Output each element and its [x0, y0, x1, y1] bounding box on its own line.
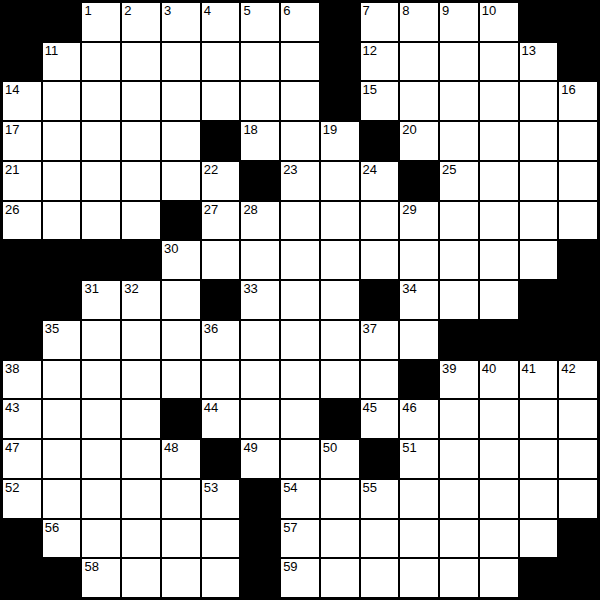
crossword-cell[interactable]: 56	[43, 520, 81, 558]
clue-number: 42	[561, 361, 575, 376]
crossword-cell[interactable]	[440, 82, 478, 120]
crossword-cell[interactable]: 41	[520, 361, 558, 399]
black-cell	[520, 3, 558, 41]
crossword-cell[interactable]	[202, 43, 240, 81]
crossword-cell[interactable]	[440, 122, 478, 160]
crossword-cell[interactable]: 23	[281, 162, 319, 200]
crossword-cell[interactable]: 51	[400, 440, 438, 478]
crossword-cell[interactable]	[281, 281, 319, 319]
crossword-cell[interactable]	[162, 162, 200, 200]
clue-number: 58	[84, 559, 98, 574]
crossword-cell[interactable]: 30	[162, 241, 200, 279]
crossword-cell[interactable]	[400, 321, 438, 359]
crossword-cell[interactable]	[122, 82, 160, 120]
crossword-cell[interactable]	[281, 321, 319, 359]
crossword-cell[interactable]: 21	[3, 162, 41, 200]
clue-number: 20	[402, 122, 416, 137]
crossword-cell[interactable]	[559, 400, 597, 438]
crossword-cell[interactable]	[43, 122, 81, 160]
crossword-cell[interactable]: 25	[440, 162, 478, 200]
crossword-cell[interactable]: 32	[122, 281, 160, 319]
crossword-cell[interactable]: 14	[3, 82, 41, 120]
crossword-cell[interactable]	[43, 202, 81, 240]
crossword-cell[interactable]: 9	[440, 3, 478, 41]
black-cell	[202, 281, 240, 319]
crossword-cell[interactable]	[43, 480, 81, 518]
crossword-cell[interactable]	[162, 480, 200, 518]
crossword-cell[interactable]	[122, 202, 160, 240]
crossword-cell[interactable]	[241, 400, 279, 438]
black-cell	[162, 202, 200, 240]
crossword-cell[interactable]	[440, 43, 478, 81]
black-cell	[559, 281, 597, 319]
crossword-cell[interactable]: 13	[520, 43, 558, 81]
clue-number: 31	[84, 281, 98, 296]
crossword-cell[interactable]	[122, 480, 160, 518]
clue-number: 7	[363, 3, 370, 18]
black-cell	[122, 241, 160, 279]
black-cell	[43, 241, 81, 279]
clue-number: 57	[283, 520, 297, 535]
crossword-cell[interactable]	[440, 520, 478, 558]
black-cell	[321, 43, 359, 81]
crossword-cell[interactable]	[480, 162, 518, 200]
black-cell	[361, 440, 399, 478]
crossword-cell[interactable]: 11	[43, 43, 81, 81]
crossword-cell[interactable]: 46	[400, 400, 438, 438]
crossword-cell[interactable]	[122, 520, 160, 558]
black-cell	[559, 520, 597, 558]
clue-number: 39	[442, 361, 456, 376]
clue-number: 37	[363, 321, 377, 336]
crossword-cell[interactable]	[440, 400, 478, 438]
crossword-cell[interactable]	[440, 440, 478, 478]
crossword-cell[interactable]: 12	[361, 43, 399, 81]
black-cell	[400, 162, 438, 200]
crossword-cell[interactable]: 5	[241, 3, 279, 41]
crossword-board: 1234567891011121314151617181920212223242…	[0, 0, 600, 600]
clue-number: 44	[204, 400, 218, 415]
crossword-cell[interactable]: 37	[361, 321, 399, 359]
crossword-cell[interactable]	[241, 361, 279, 399]
black-cell	[241, 480, 279, 518]
crossword-cell[interactable]	[82, 122, 120, 160]
clue-number: 5	[243, 3, 250, 18]
crossword-cell[interactable]	[162, 559, 200, 597]
crossword-cell[interactable]	[480, 400, 518, 438]
black-cell	[241, 520, 279, 558]
black-cell	[361, 122, 399, 160]
clue-number: 43	[5, 400, 19, 415]
black-cell	[202, 122, 240, 160]
crossword-cell[interactable]	[480, 281, 518, 319]
crossword-cell[interactable]	[520, 122, 558, 160]
crossword-cell[interactable]	[321, 162, 359, 200]
crossword-cell[interactable]	[361, 520, 399, 558]
black-cell	[43, 3, 81, 41]
crossword-cell[interactable]	[82, 361, 120, 399]
crossword-cell[interactable]: 20	[400, 122, 438, 160]
crossword-cell[interactable]: 45	[361, 400, 399, 438]
crossword-cell[interactable]	[520, 202, 558, 240]
crossword-cell[interactable]: 54	[281, 480, 319, 518]
crossword-cell[interactable]: 57	[281, 520, 319, 558]
crossword-cell[interactable]	[480, 43, 518, 81]
crossword-cell[interactable]	[559, 480, 597, 518]
black-cell	[3, 520, 41, 558]
crossword-cell[interactable]	[82, 202, 120, 240]
clue-number: 53	[204, 480, 218, 495]
crossword-cell[interactable]: 40	[480, 361, 518, 399]
crossword-cell[interactable]	[202, 559, 240, 597]
crossword-cell[interactable]	[281, 361, 319, 399]
crossword-cell[interactable]	[321, 520, 359, 558]
clue-number: 35	[45, 321, 59, 336]
clue-number: 18	[243, 122, 257, 137]
black-cell	[480, 321, 518, 359]
crossword-cell[interactable]: 7	[361, 3, 399, 41]
crossword-cell[interactable]	[82, 400, 120, 438]
clue-number: 14	[5, 82, 19, 97]
crossword-cell[interactable]	[241, 321, 279, 359]
clue-number: 47	[5, 440, 19, 455]
crossword-cell[interactable]	[559, 162, 597, 200]
crossword-cell[interactable]	[202, 361, 240, 399]
crossword-cell[interactable]: 18	[241, 122, 279, 160]
crossword-cell[interactable]	[321, 281, 359, 319]
crossword-cell[interactable]: 34	[400, 281, 438, 319]
black-cell	[559, 241, 597, 279]
black-cell	[43, 559, 81, 597]
clue-number: 34	[402, 281, 416, 296]
crossword-cell[interactable]	[400, 241, 438, 279]
crossword-cell[interactable]: 1	[82, 3, 120, 41]
crossword-cell[interactable]: 53	[202, 480, 240, 518]
crossword-cell[interactable]	[162, 281, 200, 319]
black-cell	[559, 321, 597, 359]
clue-number: 46	[402, 400, 416, 415]
crossword-cell[interactable]: 35	[43, 321, 81, 359]
crossword-cell[interactable]: 28	[241, 202, 279, 240]
black-cell	[321, 82, 359, 120]
crossword-cell[interactable]: 10	[480, 3, 518, 41]
clue-number: 19	[323, 122, 337, 137]
crossword-cell[interactable]: 55	[361, 480, 399, 518]
clue-number: 51	[402, 440, 416, 455]
crossword-cell[interactable]	[82, 440, 120, 478]
crossword-cell[interactable]: 24	[361, 162, 399, 200]
crossword-cell[interactable]	[122, 162, 160, 200]
crossword-cell[interactable]: 42	[559, 361, 597, 399]
crossword-cell[interactable]	[162, 82, 200, 120]
crossword-cell[interactable]	[480, 520, 518, 558]
crossword-cell[interactable]	[281, 202, 319, 240]
clue-number: 59	[283, 559, 297, 574]
crossword-cell[interactable]	[281, 400, 319, 438]
crossword-cell[interactable]	[202, 241, 240, 279]
crossword-cell[interactable]	[520, 241, 558, 279]
clue-number: 22	[204, 162, 218, 177]
crossword-cell[interactable]	[82, 82, 120, 120]
crossword-cell[interactable]: 36	[202, 321, 240, 359]
crossword-cell[interactable]	[43, 440, 81, 478]
clue-number: 54	[283, 480, 297, 495]
crossword-cell[interactable]	[321, 559, 359, 597]
crossword-cell[interactable]	[162, 122, 200, 160]
crossword-cell[interactable]: 29	[400, 202, 438, 240]
crossword-cell[interactable]	[480, 559, 518, 597]
crossword-cell[interactable]: 50	[321, 440, 359, 478]
crossword-cell[interactable]	[520, 440, 558, 478]
clue-number: 32	[124, 281, 138, 296]
black-cell	[321, 3, 359, 41]
crossword-cell[interactable]	[122, 321, 160, 359]
crossword-cell[interactable]	[361, 559, 399, 597]
crossword-cell[interactable]	[321, 361, 359, 399]
black-cell	[202, 440, 240, 478]
clue-number: 16	[561, 82, 575, 97]
black-cell	[440, 321, 478, 359]
crossword-cell[interactable]	[480, 440, 518, 478]
black-cell	[520, 559, 558, 597]
clue-number: 33	[243, 281, 257, 296]
crossword-cell[interactable]	[520, 82, 558, 120]
crossword-cell[interactable]	[241, 82, 279, 120]
crossword-cell[interactable]: 44	[202, 400, 240, 438]
crossword-cell[interactable]	[202, 520, 240, 558]
crossword-cell[interactable]: 31	[82, 281, 120, 319]
clue-number: 11	[45, 43, 59, 58]
crossword-cell[interactable]	[281, 440, 319, 478]
clue-number: 23	[283, 162, 297, 177]
crossword-cell[interactable]: 27	[202, 202, 240, 240]
clue-number: 13	[522, 43, 536, 58]
crossword-cell[interactable]: 6	[281, 3, 319, 41]
crossword-cell[interactable]: 43	[3, 400, 41, 438]
black-cell	[43, 281, 81, 319]
clue-number: 15	[363, 82, 377, 97]
clue-number: 38	[5, 361, 19, 376]
crossword-cell[interactable]	[241, 43, 279, 81]
crossword-cell[interactable]	[520, 162, 558, 200]
crossword-cell[interactable]	[480, 82, 518, 120]
crossword-cell[interactable]	[43, 162, 81, 200]
black-cell	[400, 361, 438, 399]
crossword-cell[interactable]: 47	[3, 440, 41, 478]
crossword-cell[interactable]	[82, 321, 120, 359]
crossword-cell[interactable]	[321, 202, 359, 240]
crossword-cell[interactable]	[82, 162, 120, 200]
clue-number: 52	[5, 480, 19, 495]
clue-number: 9	[442, 3, 449, 18]
black-cell	[3, 281, 41, 319]
crossword-cell[interactable]	[520, 520, 558, 558]
clue-number: 10	[482, 3, 496, 18]
crossword-cell[interactable]	[281, 43, 319, 81]
clue-number: 17	[5, 122, 19, 137]
crossword-cell[interactable]	[321, 241, 359, 279]
clue-number: 48	[164, 440, 178, 455]
black-cell	[520, 321, 558, 359]
clue-number: 45	[363, 400, 377, 415]
crossword-cell[interactable]	[440, 480, 478, 518]
crossword-cell[interactable]: 15	[361, 82, 399, 120]
crossword-cell[interactable]: 49	[241, 440, 279, 478]
clue-number: 27	[204, 202, 218, 217]
crossword-cell[interactable]	[400, 43, 438, 81]
crossword-cell[interactable]: 52	[3, 480, 41, 518]
crossword-cell[interactable]	[122, 122, 160, 160]
crossword-cell[interactable]: 39	[440, 361, 478, 399]
crossword-cell[interactable]	[162, 520, 200, 558]
crossword-cell[interactable]: 3	[162, 3, 200, 41]
black-cell	[559, 43, 597, 81]
crossword-cell[interactable]: 19	[321, 122, 359, 160]
clue-number: 30	[164, 241, 178, 256]
crossword-cell[interactable]	[82, 43, 120, 81]
clue-number: 3	[164, 3, 171, 18]
black-cell	[3, 241, 41, 279]
crossword-cell[interactable]	[281, 82, 319, 120]
black-cell	[162, 400, 200, 438]
clue-number: 4	[204, 3, 211, 18]
crossword-cell[interactable]	[43, 361, 81, 399]
crossword-cell[interactable]: 4	[202, 3, 240, 41]
clue-number: 21	[5, 162, 19, 177]
crossword-cell[interactable]: 33	[241, 281, 279, 319]
crossword-cell[interactable]	[559, 122, 597, 160]
crossword-cell[interactable]	[400, 520, 438, 558]
crossword-cell[interactable]	[480, 202, 518, 240]
clue-number: 8	[402, 3, 409, 18]
crossword-cell[interactable]	[480, 122, 518, 160]
clue-number: 40	[482, 361, 496, 376]
black-cell	[559, 559, 597, 597]
crossword-cell[interactable]	[361, 241, 399, 279]
crossword-cell[interactable]	[400, 82, 438, 120]
crossword-cell[interactable]	[440, 202, 478, 240]
crossword-cell[interactable]: 22	[202, 162, 240, 200]
crossword-puzzle: 1234567891011121314151617181920212223242…	[0, 0, 600, 600]
crossword-cell[interactable]	[480, 480, 518, 518]
clue-number: 28	[243, 202, 257, 217]
black-cell	[3, 3, 41, 41]
crossword-cell[interactable]	[281, 122, 319, 160]
clue-number: 1	[84, 3, 91, 18]
crossword-cell[interactable]	[440, 281, 478, 319]
crossword-cell[interactable]	[321, 480, 359, 518]
crossword-cell[interactable]	[202, 82, 240, 120]
crossword-cell[interactable]	[400, 480, 438, 518]
crossword-cell[interactable]: 26	[3, 202, 41, 240]
clue-number: 55	[363, 480, 377, 495]
crossword-cell[interactable]	[122, 559, 160, 597]
crossword-cell[interactable]: 17	[3, 122, 41, 160]
crossword-cell[interactable]: 8	[400, 3, 438, 41]
crossword-cell[interactable]	[82, 520, 120, 558]
clue-number: 29	[402, 202, 416, 217]
crossword-cell[interactable]	[361, 361, 399, 399]
clue-number: 56	[45, 520, 59, 535]
black-cell	[241, 559, 279, 597]
crossword-cell[interactable]	[43, 82, 81, 120]
black-cell	[3, 559, 41, 597]
crossword-cell[interactable]: 16	[559, 82, 597, 120]
black-cell	[559, 3, 597, 41]
crossword-cell[interactable]: 58	[82, 559, 120, 597]
clue-number: 24	[363, 162, 377, 177]
black-cell	[361, 281, 399, 319]
crossword-cell[interactable]	[122, 400, 160, 438]
crossword-cell[interactable]	[122, 361, 160, 399]
clue-number: 36	[204, 321, 218, 336]
clue-number: 41	[522, 361, 536, 376]
crossword-cell[interactable]	[122, 43, 160, 81]
crossword-cell[interactable]	[440, 241, 478, 279]
crossword-cell[interactable]	[122, 440, 160, 478]
crossword-cell[interactable]	[520, 400, 558, 438]
crossword-cell[interactable]	[162, 43, 200, 81]
crossword-cell[interactable]	[520, 480, 558, 518]
black-cell	[3, 43, 41, 81]
crossword-cell[interactable]	[82, 480, 120, 518]
black-cell	[3, 321, 41, 359]
crossword-cell[interactable]: 48	[162, 440, 200, 478]
crossword-cell[interactable]	[440, 559, 478, 597]
black-cell	[321, 400, 359, 438]
clue-number: 25	[442, 162, 456, 177]
crossword-cell[interactable]	[162, 361, 200, 399]
clue-number: 50	[323, 440, 337, 455]
crossword-cell[interactable]	[559, 440, 597, 478]
crossword-cell[interactable]	[480, 241, 518, 279]
clue-number: 26	[5, 202, 19, 217]
crossword-cell[interactable]	[400, 559, 438, 597]
crossword-cell[interactable]	[321, 321, 359, 359]
black-cell	[241, 162, 279, 200]
crossword-cell[interactable]: 59	[281, 559, 319, 597]
crossword-cell[interactable]	[361, 202, 399, 240]
black-cell	[82, 241, 120, 279]
clue-number: 49	[243, 440, 257, 455]
clue-number: 2	[124, 3, 131, 18]
clue-number: 6	[283, 3, 290, 18]
crossword-cell[interactable]	[559, 202, 597, 240]
crossword-cell[interactable]: 38	[3, 361, 41, 399]
crossword-cell[interactable]	[281, 241, 319, 279]
crossword-cell[interactable]: 2	[122, 3, 160, 41]
black-cell	[520, 281, 558, 319]
crossword-cell[interactable]	[241, 241, 279, 279]
crossword-cell[interactable]	[162, 321, 200, 359]
clue-number: 12	[363, 43, 377, 58]
crossword-cell[interactable]	[43, 400, 81, 438]
